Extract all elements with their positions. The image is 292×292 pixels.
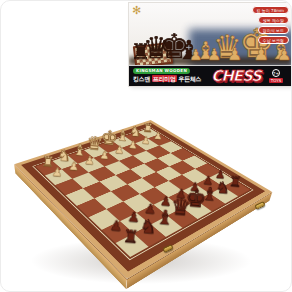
board-grid: ♜♟♟♜♞♟♟♞♝♟♟♝♚♟♟♚♛♟♟♛♝♟♟♝♞♟♟♞♜♟♟♜ <box>36 128 250 257</box>
piece-white-pawn[interactable]: ♟ <box>45 165 70 179</box>
board-scene: ♜♟♟♜♞♟♟♞♝♟♟♝♚♟♟♚♛♟♟♛♝♟♟♝♞♟♟♞♜♟♟♜ <box>1 1 292 292</box>
piece-black-rook[interactable]: ♜ <box>115 227 145 247</box>
product-photo: ✻ ♜♛♚♝♝♛♚♝♟♟♟♟♟ 킹 높이 78mm 원목 체스말 접이식 보드 … <box>0 0 292 292</box>
chessboard: ♜♟♟♜♞♟♟♞♝♟♟♝♚♟♟♚♛♟♟♛♝♟♟♝♞♟♟♞♜♟♟♜ <box>14 120 272 279</box>
